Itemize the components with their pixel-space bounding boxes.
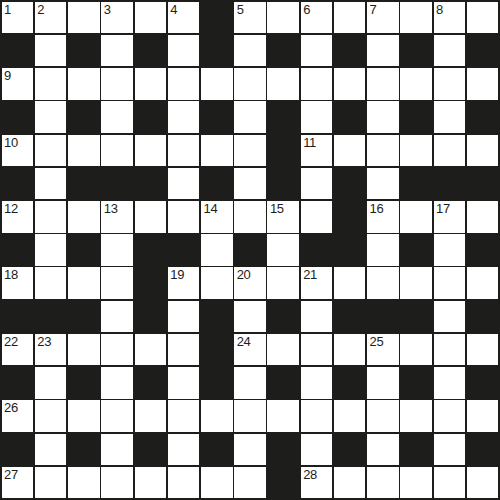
letter-cell[interactable]	[400, 201, 432, 233]
block-cell	[334, 35, 366, 67]
letter-cell[interactable]	[400, 2, 432, 34]
letter-cell[interactable]: 26	[2, 400, 34, 432]
letter-cell[interactable]	[35, 168, 67, 200]
letter-cell[interactable]	[334, 68, 366, 100]
block-cell	[201, 2, 233, 34]
block-cell	[267, 367, 299, 399]
block-cell	[2, 434, 34, 466]
letter-cell[interactable]	[434, 434, 466, 466]
block-cell	[2, 35, 34, 67]
letter-cell[interactable]	[68, 2, 100, 34]
block-cell	[334, 367, 366, 399]
letter-cell[interactable]	[168, 400, 200, 432]
letter-cell[interactable]	[267, 400, 299, 432]
letter-cell[interactable]	[35, 367, 67, 399]
block-cell	[101, 168, 133, 200]
block-cell	[267, 35, 299, 67]
letter-cell[interactable]	[434, 400, 466, 432]
block-cell	[135, 234, 167, 266]
block-cell	[201, 367, 233, 399]
clue-number: 5	[237, 3, 244, 17]
letter-cell[interactable]: 13	[101, 201, 133, 233]
letter-cell[interactable]	[434, 35, 466, 67]
block-cell	[168, 234, 200, 266]
letter-cell[interactable]: 19	[168, 267, 200, 299]
letter-cell[interactable]	[168, 35, 200, 67]
clue-number: 4	[170, 3, 177, 17]
block-cell	[367, 301, 399, 333]
clue-number: 11	[303, 136, 316, 150]
clue-number: 15	[270, 202, 284, 216]
block-cell	[467, 234, 499, 266]
block-cell	[135, 434, 167, 466]
letter-cell[interactable]	[101, 135, 133, 167]
clue-number: 14	[203, 202, 217, 216]
clue-number: 2	[37, 3, 44, 17]
letter-cell[interactable]	[434, 68, 466, 100]
block-cell	[234, 234, 266, 266]
block-cell	[135, 301, 167, 333]
letter-cell[interactable]	[367, 101, 399, 133]
letter-cell[interactable]	[467, 135, 499, 167]
letter-cell[interactable]	[101, 367, 133, 399]
clue-number: 27	[4, 468, 18, 482]
block-cell	[334, 168, 366, 200]
letter-cell[interactable]: 2	[35, 2, 67, 34]
letter-cell[interactable]	[201, 467, 233, 499]
letter-cell[interactable]	[35, 201, 67, 233]
block-cell	[135, 267, 167, 299]
block-cell	[201, 301, 233, 333]
clue-number: 18	[4, 268, 18, 282]
block-cell	[267, 101, 299, 133]
crossword-grid: 1234567891011121314151617181920212223242…	[0, 0, 500, 500]
block-cell	[68, 35, 100, 67]
block-cell	[68, 234, 100, 266]
letter-cell[interactable]	[168, 301, 200, 333]
letter-cell[interactable]	[68, 135, 100, 167]
letter-cell[interactable]: 28	[301, 467, 333, 499]
letter-cell[interactable]	[400, 267, 432, 299]
letter-cell[interactable]	[301, 367, 333, 399]
letter-cell[interactable]	[35, 68, 67, 100]
letter-cell[interactable]	[35, 267, 67, 299]
letter-cell[interactable]	[101, 267, 133, 299]
letter-cell[interactable]: 20	[234, 267, 266, 299]
letter-cell[interactable]: 10	[2, 135, 34, 167]
letter-cell[interactable]	[168, 367, 200, 399]
letter-cell[interactable]	[135, 201, 167, 233]
letter-cell[interactable]	[434, 301, 466, 333]
letter-cell[interactable]	[35, 101, 67, 133]
block-cell	[201, 35, 233, 67]
letter-cell[interactable]	[301, 168, 333, 200]
block-cell	[467, 434, 499, 466]
letter-cell[interactable]	[35, 400, 67, 432]
letter-cell[interactable]	[135, 467, 167, 499]
clue-number: 24	[237, 335, 251, 349]
letter-cell[interactable]	[467, 400, 499, 432]
block-cell	[267, 467, 299, 499]
block-cell	[2, 234, 34, 266]
block-cell	[68, 301, 100, 333]
block-cell	[467, 101, 499, 133]
letter-cell[interactable]	[334, 467, 366, 499]
block-cell	[35, 301, 67, 333]
letter-cell[interactable]	[68, 334, 100, 366]
letter-cell[interactable]: 12	[2, 201, 34, 233]
letter-cell[interactable]	[467, 267, 499, 299]
letter-cell[interactable]: 22	[2, 334, 34, 366]
letter-cell[interactable]	[334, 400, 366, 432]
block-cell	[267, 434, 299, 466]
letter-cell[interactable]	[201, 234, 233, 266]
letter-cell[interactable]	[135, 400, 167, 432]
block-cell	[135, 168, 167, 200]
letter-cell[interactable]	[135, 334, 167, 366]
letter-cell[interactable]	[68, 68, 100, 100]
letter-cell[interactable]	[367, 234, 399, 266]
letter-cell[interactable]: 1	[2, 2, 34, 34]
block-cell	[267, 135, 299, 167]
letter-cell[interactable]	[301, 201, 333, 233]
letter-cell[interactable]	[367, 267, 399, 299]
letter-cell[interactable]: 25	[367, 334, 399, 366]
block-cell	[400, 301, 432, 333]
letter-cell[interactable]: 14	[201, 201, 233, 233]
letter-cell[interactable]	[168, 201, 200, 233]
block-cell	[334, 434, 366, 466]
letter-cell[interactable]	[400, 135, 432, 167]
letter-cell[interactable]	[201, 267, 233, 299]
clue-number: 17	[436, 202, 450, 216]
block-cell	[467, 35, 499, 67]
letter-cell[interactable]	[101, 301, 133, 333]
clue-number: 13	[104, 202, 118, 216]
block-cell	[135, 101, 167, 133]
block-cell	[334, 201, 366, 233]
letter-cell[interactable]	[334, 2, 366, 34]
letter-cell[interactable]	[101, 467, 133, 499]
letter-cell[interactable]	[367, 467, 399, 499]
letter-cell[interactable]	[135, 2, 167, 34]
clue-number: 3	[104, 3, 111, 17]
letter-cell[interactable]	[467, 2, 499, 34]
letter-cell[interactable]	[234, 400, 266, 432]
block-cell	[434, 168, 466, 200]
clue-number: 21	[303, 268, 317, 282]
block-cell	[68, 434, 100, 466]
block-cell	[334, 101, 366, 133]
letter-cell[interactable]	[234, 434, 266, 466]
letter-cell[interactable]	[434, 101, 466, 133]
block-cell	[400, 367, 432, 399]
letter-cell[interactable]	[234, 101, 266, 133]
letter-cell[interactable]: 16	[367, 201, 399, 233]
block-cell	[68, 101, 100, 133]
letter-cell[interactable]: 5	[234, 2, 266, 34]
letter-cell[interactable]: 3	[101, 2, 133, 34]
clue-number: 7	[370, 3, 377, 17]
letter-cell[interactable]	[101, 234, 133, 266]
block-cell	[201, 334, 233, 366]
letter-cell[interactable]	[234, 68, 266, 100]
clue-number: 19	[170, 268, 184, 282]
letter-cell[interactable]	[168, 68, 200, 100]
letter-cell[interactable]	[201, 400, 233, 432]
block-cell	[400, 101, 432, 133]
letter-cell[interactable]	[35, 135, 67, 167]
letter-cell[interactable]	[334, 267, 366, 299]
letter-cell[interactable]	[234, 467, 266, 499]
block-cell	[135, 35, 167, 67]
letter-cell[interactable]	[234, 35, 266, 67]
clue-number: 10	[4, 136, 18, 150]
block-cell	[400, 234, 432, 266]
clue-number: 1	[4, 3, 11, 17]
letter-cell[interactable]	[334, 334, 366, 366]
block-cell	[68, 168, 100, 200]
letter-cell[interactable]: 11	[301, 135, 333, 167]
letter-cell[interactable]	[400, 467, 432, 499]
letter-cell[interactable]	[234, 301, 266, 333]
letter-cell[interactable]	[467, 467, 499, 499]
block-cell	[467, 301, 499, 333]
letter-cell[interactable]	[101, 434, 133, 466]
letter-cell[interactable]: 8	[434, 2, 466, 34]
letter-cell[interactable]	[367, 135, 399, 167]
letter-cell[interactable]	[68, 201, 100, 233]
letter-cell[interactable]	[168, 101, 200, 133]
letter-cell[interactable]	[101, 334, 133, 366]
letter-cell[interactable]: 7	[367, 2, 399, 34]
letter-cell[interactable]	[267, 267, 299, 299]
letter-cell[interactable]	[168, 135, 200, 167]
letter-cell[interactable]	[301, 68, 333, 100]
letter-cell[interactable]	[68, 467, 100, 499]
block-cell	[2, 367, 34, 399]
letter-cell[interactable]	[101, 35, 133, 67]
clue-number: 25	[370, 335, 384, 349]
letter-cell[interactable]: 27	[2, 467, 34, 499]
block-cell	[467, 168, 499, 200]
letter-cell[interactable]	[367, 168, 399, 200]
letter-cell[interactable]	[367, 35, 399, 67]
letter-cell[interactable]	[101, 68, 133, 100]
block-cell	[400, 35, 432, 67]
letter-cell[interactable]	[135, 135, 167, 167]
block-cell	[400, 168, 432, 200]
letter-cell[interactable]	[400, 334, 432, 366]
letter-cell[interactable]	[234, 367, 266, 399]
letter-cell[interactable]	[267, 68, 299, 100]
letter-cell[interactable]	[367, 400, 399, 432]
block-cell	[68, 367, 100, 399]
letter-cell[interactable]: 24	[234, 334, 266, 366]
block-cell	[267, 301, 299, 333]
letter-cell[interactable]	[267, 2, 299, 34]
letter-cell[interactable]	[35, 467, 67, 499]
letter-cell[interactable]	[35, 234, 67, 266]
letter-cell[interactable]	[168, 168, 200, 200]
block-cell	[2, 101, 34, 133]
clue-number: 6	[303, 3, 310, 17]
clue-number: 9	[4, 69, 11, 83]
letter-cell[interactable]	[301, 334, 333, 366]
block-cell	[334, 234, 366, 266]
block-cell	[2, 168, 34, 200]
letter-cell[interactable]	[234, 201, 266, 233]
block-cell	[467, 367, 499, 399]
letter-cell[interactable]	[434, 135, 466, 167]
letter-cell[interactable]	[101, 400, 133, 432]
letter-cell[interactable]	[267, 234, 299, 266]
letter-cell[interactable]	[234, 168, 266, 200]
letter-cell[interactable]	[234, 135, 266, 167]
letter-cell[interactable]	[201, 135, 233, 167]
letter-cell[interactable]	[135, 68, 167, 100]
block-cell	[400, 434, 432, 466]
letter-cell[interactable]	[301, 400, 333, 432]
letter-cell[interactable]	[434, 367, 466, 399]
clue-number: 20	[237, 268, 251, 282]
letter-cell[interactable]	[434, 267, 466, 299]
letter-cell[interactable]	[267, 334, 299, 366]
letter-cell[interactable]	[168, 334, 200, 366]
letter-cell[interactable]	[467, 201, 499, 233]
letter-cell[interactable]	[367, 68, 399, 100]
letter-cell[interactable]	[168, 467, 200, 499]
clue-number: 12	[4, 202, 18, 216]
block-cell	[2, 301, 34, 333]
clue-number: 22	[4, 335, 18, 349]
letter-cell[interactable]	[400, 400, 432, 432]
block-cell	[334, 301, 366, 333]
letter-cell[interactable]: 4	[168, 2, 200, 34]
letter-cell[interactable]: 6	[301, 2, 333, 34]
clue-number: 28	[303, 468, 317, 482]
block-cell	[135, 367, 167, 399]
letter-cell[interactable]	[367, 434, 399, 466]
block-cell	[201, 101, 233, 133]
letter-cell[interactable]	[301, 434, 333, 466]
letter-cell[interactable]	[301, 101, 333, 133]
letter-cell[interactable]	[35, 434, 67, 466]
letter-cell[interactable]	[434, 467, 466, 499]
letter-cell[interactable]: 23	[35, 334, 67, 366]
block-cell	[267, 168, 299, 200]
letter-cell[interactable]	[101, 101, 133, 133]
letter-cell[interactable]	[467, 68, 499, 100]
letter-cell[interactable]	[201, 68, 233, 100]
clue-number: 23	[37, 335, 51, 349]
letter-cell[interactable]: 18	[2, 267, 34, 299]
letter-cell[interactable]	[434, 234, 466, 266]
letter-cell[interactable]: 17	[434, 201, 466, 233]
clue-number: 8	[436, 3, 443, 17]
letter-cell[interactable]: 21	[301, 267, 333, 299]
letter-cell[interactable]	[301, 301, 333, 333]
letter-cell[interactable]	[467, 334, 499, 366]
clue-number: 16	[370, 202, 384, 216]
letter-cell[interactable]	[35, 35, 67, 67]
letter-cell[interactable]	[334, 135, 366, 167]
letter-cell[interactable]: 15	[267, 201, 299, 233]
letter-cell[interactable]	[434, 334, 466, 366]
letter-cell[interactable]	[68, 400, 100, 432]
clue-number: 26	[4, 401, 18, 415]
block-cell	[201, 434, 233, 466]
letter-cell[interactable]	[301, 35, 333, 67]
letter-cell[interactable]	[400, 68, 432, 100]
block-cell	[201, 168, 233, 200]
letter-cell[interactable]	[168, 434, 200, 466]
block-cell	[301, 234, 333, 266]
letter-cell[interactable]: 9	[2, 68, 34, 100]
letter-cell[interactable]	[367, 367, 399, 399]
letter-cell[interactable]	[68, 267, 100, 299]
